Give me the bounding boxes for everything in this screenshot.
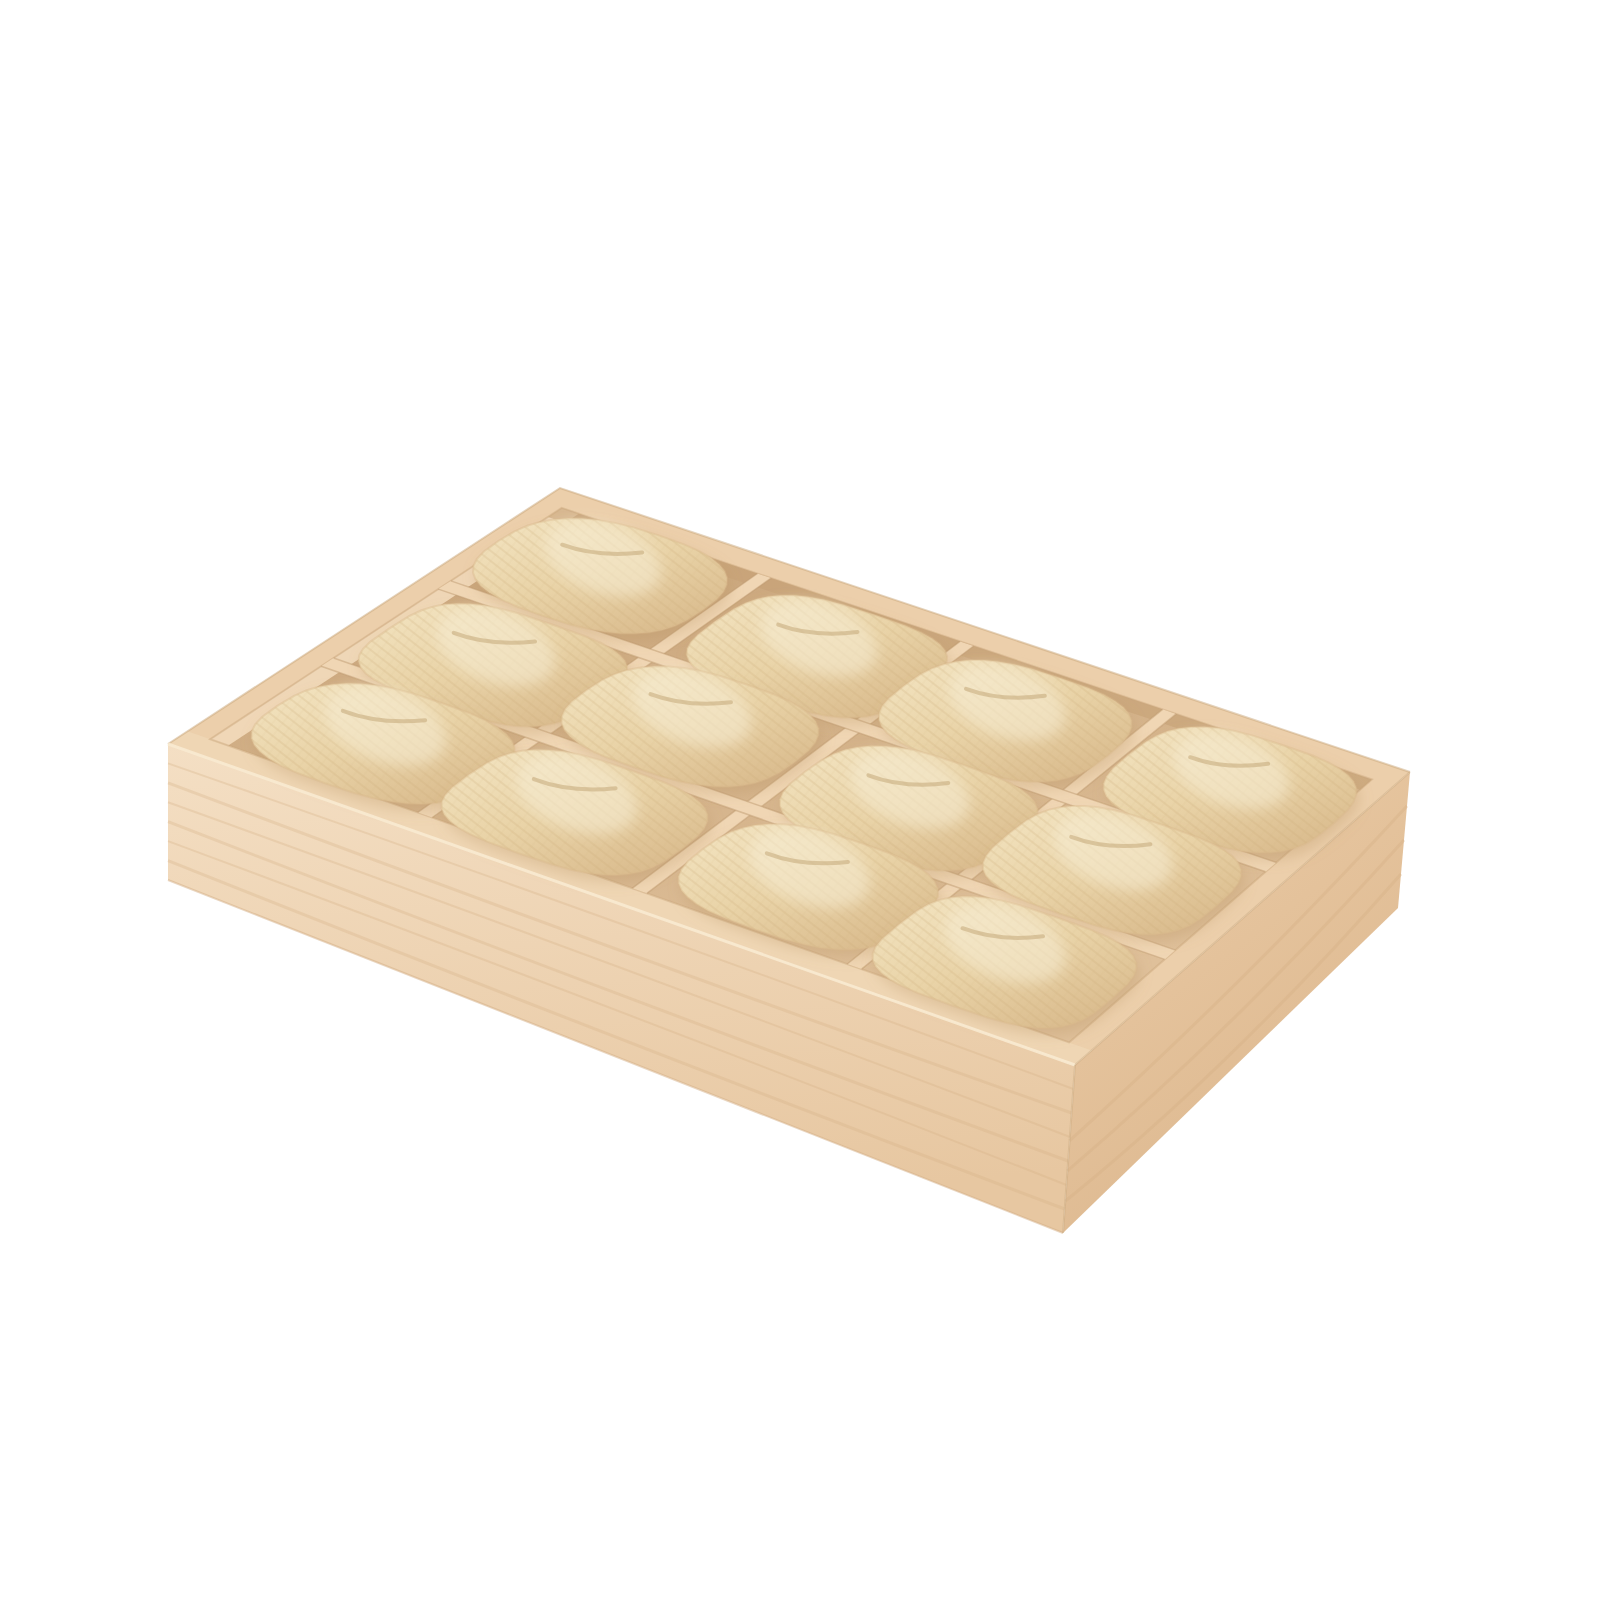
watch-tray-image — [0, 0, 1600, 1600]
product-photo — [0, 0, 1600, 1600]
